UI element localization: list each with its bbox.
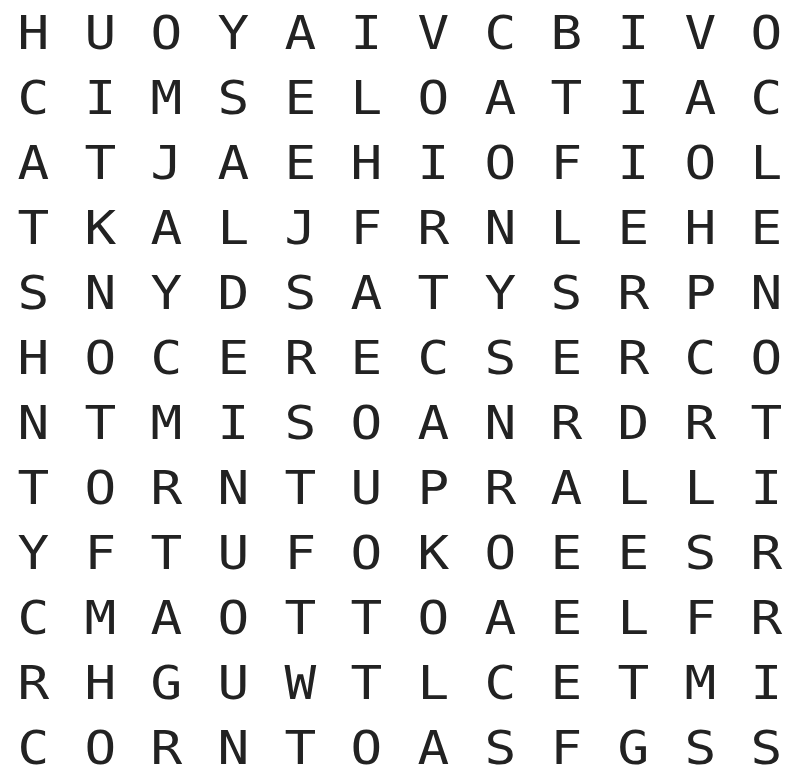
grid-cell-r7c4[interactable]: I [196, 390, 271, 455]
grid-cell-r5c6[interactable]: A [329, 260, 404, 325]
grid-cell-r6c4[interactable]: E [196, 325, 271, 390]
grid-cell-r7c7[interactable]: A [396, 390, 471, 455]
grid-cell-r6c11[interactable]: C [663, 325, 738, 390]
grid-cell-r7c11[interactable]: R [663, 390, 738, 455]
grid-cell-r4c11[interactable]: H [663, 195, 738, 260]
grid-cell-r4c8[interactable]: N [463, 195, 538, 260]
grid-cell-r11c1[interactable]: R [0, 650, 71, 715]
grid-cell-r8c7[interactable]: P [396, 455, 471, 520]
grid-cell-r6c1[interactable]: H [0, 325, 71, 390]
grid-cell-r3c3[interactable]: J [129, 130, 204, 195]
grid-cell-r11c7[interactable]: L [396, 650, 471, 715]
grid-cell-r12c3[interactable]: R [129, 715, 204, 780]
grid-cell-r12c8[interactable]: S [463, 715, 538, 780]
grid-cell-r5c10[interactable]: R [596, 260, 671, 325]
grid-cell-r3c5[interactable]: E [263, 130, 338, 195]
grid-cell-r8c3[interactable]: R [129, 455, 204, 520]
grid-cell-r12c1[interactable]: C [0, 715, 71, 780]
grid-cell-r2c2[interactable]: I [63, 65, 138, 130]
grid-cell-r2c11[interactable]: A [663, 65, 738, 130]
grid-cell-r7c12[interactable]: T [729, 390, 800, 455]
grid-cell-r7c10[interactable]: D [596, 390, 671, 455]
grid-cell-r2c6[interactable]: L [329, 65, 404, 130]
grid-cell-r1c10[interactable]: I [596, 0, 671, 65]
grid-cell-r10c3[interactable]: A [129, 585, 204, 650]
grid-cell-r2c9[interactable]: T [529, 65, 604, 130]
grid-cell-r1c4[interactable]: Y [196, 0, 271, 65]
grid-cell-r9c10[interactable]: E [596, 520, 671, 585]
grid-cell-r4c5[interactable]: J [263, 195, 338, 260]
grid-cell-r3c9[interactable]: F [529, 130, 604, 195]
grid-cell-r12c12[interactable]: S [729, 715, 800, 780]
grid-cell-r11c2[interactable]: H [63, 650, 138, 715]
grid-cell-r10c5[interactable]: T [263, 585, 338, 650]
grid-cell-r5c8[interactable]: Y [463, 260, 538, 325]
grid-cell-r8c1[interactable]: T [0, 455, 71, 520]
grid-cell-r5c11[interactable]: P [663, 260, 738, 325]
grid-cell-r8c11[interactable]: L [663, 455, 738, 520]
grid-cell-r1c7[interactable]: V [396, 0, 471, 65]
grid-cell-r4c3[interactable]: A [129, 195, 204, 260]
grid-cell-r5c9[interactable]: S [529, 260, 604, 325]
grid-cell-r5c5[interactable]: S [263, 260, 338, 325]
grid-cell-r11c6[interactable]: T [329, 650, 404, 715]
grid-cell-r6c6[interactable]: E [329, 325, 404, 390]
grid-cell-r3c11[interactable]: O [663, 130, 738, 195]
grid-cell-r10c11[interactable]: F [663, 585, 738, 650]
grid-cell-r8c8[interactable]: R [463, 455, 538, 520]
grid-cell-r1c2[interactable]: U [63, 0, 138, 65]
grid-cell-r12c6[interactable]: O [329, 715, 404, 780]
grid-cell-r8c10[interactable]: L [596, 455, 671, 520]
grid-cell-r12c7[interactable]: A [396, 715, 471, 780]
grid-cell-r3c6[interactable]: H [329, 130, 404, 195]
grid-cell-r2c3[interactable]: M [129, 65, 204, 130]
grid-cell-r12c9[interactable]: F [529, 715, 604, 780]
grid-cell-r11c11[interactable]: M [663, 650, 738, 715]
grid-cell-r1c12[interactable]: O [729, 0, 800, 65]
grid-cell-r2c10[interactable]: I [596, 65, 671, 130]
grid-cell-r1c1[interactable]: H [0, 0, 71, 65]
grid-cell-r1c8[interactable]: C [463, 0, 538, 65]
grid-cell-r7c2[interactable]: T [63, 390, 138, 455]
grid-cell-r6c2[interactable]: O [63, 325, 138, 390]
grid-cell-r12c11[interactable]: S [663, 715, 738, 780]
grid-cell-r7c6[interactable]: O [329, 390, 404, 455]
grid-cell-r1c6[interactable]: I [329, 0, 404, 65]
grid-cell-r10c9[interactable]: E [529, 585, 604, 650]
grid-cell-r12c5[interactable]: T [263, 715, 338, 780]
grid-cell-r5c7[interactable]: T [396, 260, 471, 325]
grid-cell-r6c9[interactable]: E [529, 325, 604, 390]
grid-cell-r6c7[interactable]: C [396, 325, 471, 390]
grid-cell-r5c1[interactable]: S [0, 260, 71, 325]
grid-cell-r3c7[interactable]: I [396, 130, 471, 195]
grid-cell-r8c4[interactable]: N [196, 455, 271, 520]
grid-cell-r3c1[interactable]: A [0, 130, 71, 195]
grid-cell-r10c12[interactable]: R [729, 585, 800, 650]
grid-cell-r3c12[interactable]: L [729, 130, 800, 195]
grid-cell-r12c10[interactable]: G [596, 715, 671, 780]
grid-cell-r11c4[interactable]: U [196, 650, 271, 715]
grid-cell-r3c4[interactable]: A [196, 130, 271, 195]
grid-cell-r10c4[interactable]: O [196, 585, 271, 650]
grid-cell-r11c8[interactable]: C [463, 650, 538, 715]
grid-cell-r5c2[interactable]: N [63, 260, 138, 325]
grid-cell-r9c2[interactable]: F [63, 520, 138, 585]
grid-cell-r8c9[interactable]: A [529, 455, 604, 520]
grid-cell-r9c7[interactable]: K [396, 520, 471, 585]
grid-cell-r9c9[interactable]: E [529, 520, 604, 585]
grid-cell-r2c7[interactable]: O [396, 65, 471, 130]
grid-cell-r7c8[interactable]: N [463, 390, 538, 455]
grid-cell-r7c9[interactable]: R [529, 390, 604, 455]
grid-cell-r6c10[interactable]: R [596, 325, 671, 390]
grid-cell-r9c4[interactable]: U [196, 520, 271, 585]
grid-cell-r4c1[interactable]: T [0, 195, 71, 260]
grid-cell-r12c2[interactable]: O [63, 715, 138, 780]
grid-cell-r11c10[interactable]: T [596, 650, 671, 715]
grid-cell-r1c11[interactable]: V [663, 0, 738, 65]
grid-cell-r2c5[interactable]: E [263, 65, 338, 130]
grid-cell-r9c3[interactable]: T [129, 520, 204, 585]
grid-cell-r4c7[interactable]: R [396, 195, 471, 260]
grid-cell-r4c6[interactable]: F [329, 195, 404, 260]
grid-cell-r4c4[interactable]: L [196, 195, 271, 260]
grid-cell-r2c4[interactable]: S [196, 65, 271, 130]
grid-cell-r10c1[interactable]: C [0, 585, 71, 650]
grid-cell-r9c5[interactable]: F [263, 520, 338, 585]
word-search-page: HUOYAIVCBIVOCIMSELOATIACATJAEHIOFIOLTKAL… [0, 0, 800, 780]
grid-cell-r3c10[interactable]: I [596, 130, 671, 195]
grid-cell-r2c12[interactable]: C [729, 65, 800, 130]
grid-cell-r8c6[interactable]: U [329, 455, 404, 520]
grid-cell-r9c1[interactable]: Y [0, 520, 71, 585]
grid-cell-r8c12[interactable]: I [729, 455, 800, 520]
grid-cell-r11c5[interactable]: W [263, 650, 338, 715]
grid-cell-r8c2[interactable]: O [63, 455, 138, 520]
grid-cell-r10c7[interactable]: O [396, 585, 471, 650]
grid-cell-r9c11[interactable]: S [663, 520, 738, 585]
word-search-grid: HUOYAIVCBIVOCIMSELOATIACATJAEHIOFIOLTKAL… [0, 0, 800, 780]
grid-cell-r10c10[interactable]: L [596, 585, 671, 650]
grid-cell-r4c9[interactable]: L [529, 195, 604, 260]
grid-cell-r6c3[interactable]: C [129, 325, 204, 390]
grid-cell-r5c4[interactable]: D [196, 260, 271, 325]
grid-cell-r11c12[interactable]: I [729, 650, 800, 715]
grid-cell-r4c2[interactable]: K [63, 195, 138, 260]
grid-cell-r10c6[interactable]: T [329, 585, 404, 650]
grid-cell-r8c5[interactable]: T [263, 455, 338, 520]
grid-cell-r4c12[interactable]: E [729, 195, 800, 260]
grid-cell-r5c3[interactable]: Y [129, 260, 204, 325]
grid-cell-r1c3[interactable]: O [129, 0, 204, 65]
grid-cell-r3c8[interactable]: O [463, 130, 538, 195]
grid-cell-r3c2[interactable]: T [63, 130, 138, 195]
grid-cell-r5c12[interactable]: N [729, 260, 800, 325]
grid-cell-r7c5[interactable]: S [263, 390, 338, 455]
grid-cell-r7c3[interactable]: M [129, 390, 204, 455]
grid-cell-r1c5[interactable]: A [263, 0, 338, 65]
grid-cell-r9c6[interactable]: O [329, 520, 404, 585]
grid-cell-r10c2[interactable]: M [63, 585, 138, 650]
grid-cell-r6c8[interactable]: S [463, 325, 538, 390]
grid-cell-r4c10[interactable]: E [596, 195, 671, 260]
grid-cell-r12c4[interactable]: N [196, 715, 271, 780]
grid-cell-r7c1[interactable]: N [0, 390, 71, 455]
grid-cell-r2c8[interactable]: A [463, 65, 538, 130]
grid-cell-r10c8[interactable]: A [463, 585, 538, 650]
grid-cell-r11c9[interactable]: E [529, 650, 604, 715]
grid-cell-r6c5[interactable]: R [263, 325, 338, 390]
grid-cell-r6c12[interactable]: O [729, 325, 800, 390]
grid-cell-r11c3[interactable]: G [129, 650, 204, 715]
grid-cell-r2c1[interactable]: C [0, 65, 71, 130]
grid-cell-r9c8[interactable]: O [463, 520, 538, 585]
grid-cell-r9c12[interactable]: R [729, 520, 800, 585]
grid-cell-r1c9[interactable]: B [529, 0, 604, 65]
